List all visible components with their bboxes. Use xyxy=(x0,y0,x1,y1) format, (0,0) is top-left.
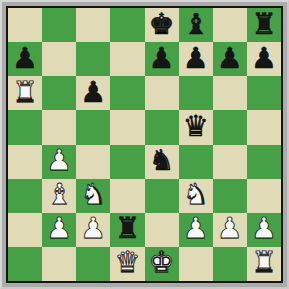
square-e3[interactable] xyxy=(145,179,179,213)
square-e4[interactable]: ♞ xyxy=(145,145,179,179)
square-a8[interactable] xyxy=(8,8,42,42)
square-c6[interactable]: ♟ xyxy=(76,76,110,110)
square-a4[interactable] xyxy=(8,145,42,179)
piece-white-rook[interactable]: ♜ xyxy=(12,78,38,107)
square-f8[interactable]: ♝ xyxy=(179,8,213,42)
square-f7[interactable]: ♟ xyxy=(179,42,213,76)
square-b4[interactable]: ♟ xyxy=(42,145,76,179)
square-a3[interactable] xyxy=(8,179,42,213)
square-c5[interactable] xyxy=(76,110,110,144)
piece-white-pawn[interactable]: ♟ xyxy=(80,214,106,243)
square-d1[interactable]: ♛ xyxy=(110,247,144,281)
piece-black-knight[interactable]: ♞ xyxy=(149,146,175,175)
square-b8[interactable] xyxy=(42,8,76,42)
square-g5[interactable] xyxy=(213,110,247,144)
square-d7[interactable] xyxy=(110,42,144,76)
piece-white-pawn[interactable]: ♟ xyxy=(46,146,72,175)
square-d5[interactable] xyxy=(110,110,144,144)
square-d4[interactable] xyxy=(110,145,144,179)
square-b3[interactable]: ♝ xyxy=(42,179,76,213)
square-h6[interactable] xyxy=(247,76,281,110)
square-f3[interactable]: ♞ xyxy=(179,179,213,213)
screenshot-root: ♚♝♜♟♟♟♟♟♜♟♛♟♞♝♞♞♟♟♜♟♟♟♛♚♜ xyxy=(0,0,289,289)
square-f1[interactable] xyxy=(179,247,213,281)
square-d3[interactable] xyxy=(110,179,144,213)
square-c3[interactable]: ♞ xyxy=(76,179,110,213)
square-d8[interactable] xyxy=(110,8,144,42)
square-g2[interactable]: ♟ xyxy=(213,213,247,247)
square-e1[interactable]: ♚ xyxy=(145,247,179,281)
piece-black-pawn[interactable]: ♟ xyxy=(149,44,175,73)
square-f4[interactable] xyxy=(179,145,213,179)
square-h7[interactable]: ♟ xyxy=(247,42,281,76)
square-h4[interactable] xyxy=(247,145,281,179)
piece-black-pawn[interactable]: ♟ xyxy=(251,44,277,73)
square-h5[interactable] xyxy=(247,110,281,144)
piece-white-pawn[interactable]: ♟ xyxy=(251,214,277,243)
square-g3[interactable] xyxy=(213,179,247,213)
square-f5[interactable]: ♛ xyxy=(179,110,213,144)
piece-white-knight[interactable]: ♞ xyxy=(183,180,209,209)
square-g7[interactable]: ♟ xyxy=(213,42,247,76)
square-a2[interactable] xyxy=(8,213,42,247)
square-b1[interactable] xyxy=(42,247,76,281)
piece-black-rook[interactable]: ♜ xyxy=(114,214,140,243)
square-h8[interactable]: ♜ xyxy=(247,8,281,42)
square-e6[interactable] xyxy=(145,76,179,110)
square-g1[interactable] xyxy=(213,247,247,281)
piece-black-pawn[interactable]: ♟ xyxy=(183,44,209,73)
square-h2[interactable]: ♟ xyxy=(247,213,281,247)
square-c8[interactable] xyxy=(76,8,110,42)
square-f6[interactable] xyxy=(179,76,213,110)
square-d2[interactable]: ♜ xyxy=(110,213,144,247)
square-a1[interactable] xyxy=(8,247,42,281)
piece-black-queen[interactable]: ♛ xyxy=(183,112,209,141)
square-b6[interactable] xyxy=(42,76,76,110)
piece-black-pawn[interactable]: ♟ xyxy=(12,44,38,73)
piece-black-bishop[interactable]: ♝ xyxy=(183,10,209,39)
piece-black-pawn[interactable]: ♟ xyxy=(217,44,243,73)
square-h1[interactable]: ♜ xyxy=(247,247,281,281)
square-g4[interactable] xyxy=(213,145,247,179)
square-f2[interactable]: ♟ xyxy=(179,213,213,247)
square-c4[interactable] xyxy=(76,145,110,179)
piece-white-bishop[interactable]: ♝ xyxy=(46,180,72,209)
square-b2[interactable]: ♟ xyxy=(42,213,76,247)
square-g6[interactable] xyxy=(213,76,247,110)
square-b7[interactable] xyxy=(42,42,76,76)
square-a6[interactable]: ♜ xyxy=(8,76,42,110)
square-e5[interactable] xyxy=(145,110,179,144)
square-e2[interactable] xyxy=(145,213,179,247)
square-a5[interactable] xyxy=(8,110,42,144)
square-e8[interactable]: ♚ xyxy=(145,8,179,42)
square-d6[interactable] xyxy=(110,76,144,110)
square-e7[interactable]: ♟ xyxy=(145,42,179,76)
square-c7[interactable] xyxy=(76,42,110,76)
square-h3[interactable] xyxy=(247,179,281,213)
piece-black-king[interactable]: ♚ xyxy=(149,10,175,39)
square-g8[interactable] xyxy=(213,8,247,42)
piece-white-knight[interactable]: ♞ xyxy=(80,180,106,209)
square-b5[interactable] xyxy=(42,110,76,144)
piece-black-pawn[interactable]: ♟ xyxy=(80,78,106,107)
board-frame: ♚♝♜♟♟♟♟♟♜♟♛♟♞♝♞♞♟♟♜♟♟♟♛♚♜ xyxy=(0,0,289,289)
piece-white-rook[interactable]: ♜ xyxy=(251,248,277,277)
piece-white-pawn[interactable]: ♟ xyxy=(46,214,72,243)
piece-white-king[interactable]: ♚ xyxy=(149,248,175,277)
chess-board: ♚♝♜♟♟♟♟♟♜♟♛♟♞♝♞♞♟♟♜♟♟♟♛♚♜ xyxy=(6,6,283,283)
piece-white-queen[interactable]: ♛ xyxy=(114,248,140,277)
square-a7[interactable]: ♟ xyxy=(8,42,42,76)
piece-black-rook[interactable]: ♜ xyxy=(251,10,277,39)
piece-white-pawn[interactable]: ♟ xyxy=(183,214,209,243)
piece-white-pawn[interactable]: ♟ xyxy=(217,214,243,243)
square-c1[interactable] xyxy=(76,247,110,281)
square-c2[interactable]: ♟ xyxy=(76,213,110,247)
